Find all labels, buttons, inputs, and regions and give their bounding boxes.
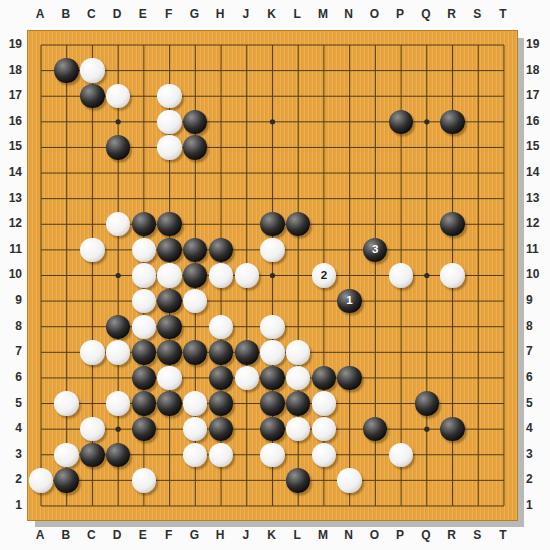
coordinate-label: 3 [0, 446, 22, 462]
coordinate-label: B [56, 527, 76, 543]
black-stone-M6 [312, 366, 336, 390]
black-stone-D8 [106, 315, 130, 339]
black-stone-L5 [286, 391, 310, 415]
black-stone-E6 [132, 366, 156, 390]
coordinate-label: M [313, 6, 333, 22]
black-stone-R12 [440, 212, 464, 236]
black-stone-K12 [260, 212, 284, 236]
white-stone-B3 [54, 443, 78, 467]
white-stone-D17 [106, 84, 130, 108]
coordinate-label: D [107, 527, 127, 543]
go-board[interactable]: 321 [27, 30, 518, 521]
coordinate-label: R [442, 6, 462, 22]
black-stone-H11 [209, 238, 233, 262]
coordinate-label: 14 [526, 164, 548, 180]
white-stone-G3 [183, 443, 207, 467]
white-stone-J10 [235, 263, 259, 287]
coordinate-label: 1 [526, 497, 548, 513]
stones-layer: 321 [28, 32, 517, 519]
white-stone-H8 [209, 315, 233, 339]
white-stone-G4 [183, 417, 207, 441]
white-stone-E11 [132, 238, 156, 262]
black-stone-G10 [183, 263, 207, 287]
white-stone-H3 [209, 443, 233, 467]
white-stone-K3 [260, 443, 284, 467]
coordinate-label: F [159, 527, 179, 543]
coordinate-label: 15 [0, 138, 22, 154]
white-stone-P10 [389, 263, 413, 287]
coordinate-label: C [81, 6, 101, 22]
black-stone-L12 [286, 212, 310, 236]
white-stone-C18 [80, 58, 104, 82]
black-stone-R4 [440, 417, 464, 441]
coordinate-label: 12 [0, 215, 22, 231]
coordinate-label: P [390, 527, 410, 543]
coordinate-label: A [30, 6, 50, 22]
white-stone-L7 [286, 340, 310, 364]
black-stone-F11 [157, 238, 181, 262]
coordinate-label: 18 [0, 62, 22, 78]
white-stone-C4 [80, 417, 104, 441]
black-stone-H5 [209, 391, 233, 415]
coordinate-label: E [133, 6, 153, 22]
coordinate-label: 17 [0, 87, 22, 103]
coordinate-label: 5 [526, 395, 548, 411]
black-stone-F12 [157, 212, 181, 236]
coordinate-label: T [493, 6, 513, 22]
coordinate-label: G [184, 527, 204, 543]
coordinate-label: 9 [526, 292, 548, 308]
coordinate-label: S [467, 6, 487, 22]
white-stone-F17 [157, 84, 181, 108]
coordinate-label: F [159, 6, 179, 22]
black-stone-E12 [132, 212, 156, 236]
black-stone-D3 [106, 443, 130, 467]
coordinate-label: T [493, 527, 513, 543]
black-stone-B18 [54, 58, 78, 82]
move-number-label: 1 [346, 295, 352, 307]
coordinate-label: 14 [0, 164, 22, 180]
coordinate-label: K [261, 6, 281, 22]
coordinate-label: O [364, 6, 384, 22]
coordinate-label: 7 [526, 343, 548, 359]
coordinate-label: O [364, 527, 384, 543]
white-stone-F15 [157, 135, 181, 159]
white-stone-E10 [132, 263, 156, 287]
move-number-label: 2 [321, 270, 327, 282]
coordinate-label: 18 [526, 62, 548, 78]
white-stone-D5 [106, 391, 130, 415]
white-stone-K11 [260, 238, 284, 262]
coordinate-label: 4 [0, 420, 22, 436]
coordinate-label: 17 [526, 87, 548, 103]
black-stone-J7 [235, 340, 259, 364]
black-stone-R16 [440, 110, 464, 134]
coordinate-label: 1 [0, 497, 22, 513]
coordinate-label: R [442, 527, 462, 543]
coordinate-label: M [313, 527, 333, 543]
coordinate-label: L [287, 6, 307, 22]
black-stone-O4 [363, 417, 387, 441]
coordinate-label: 10 [0, 266, 22, 282]
black-stone-G11 [183, 238, 207, 262]
white-stone-B5 [54, 391, 78, 415]
black-stone-H6 [209, 366, 233, 390]
white-stone-D12 [106, 212, 130, 236]
white-stone-F10 [157, 263, 181, 287]
black-stone-G7 [183, 340, 207, 364]
white-stone-H10 [209, 263, 233, 287]
coordinate-label: J [236, 527, 256, 543]
white-stone-M4 [312, 417, 336, 441]
coordinate-label: 10 [526, 266, 548, 282]
coordinate-label: 16 [0, 113, 22, 129]
black-stone-C3 [80, 443, 104, 467]
white-stone-C7 [80, 340, 104, 364]
coordinate-label: J [236, 6, 256, 22]
white-stone-L6 [286, 366, 310, 390]
coordinate-label: S [467, 527, 487, 543]
coordinate-label: D [107, 6, 127, 22]
coordinate-label: K [261, 527, 281, 543]
black-stone-E5 [132, 391, 156, 415]
coordinate-label: 8 [526, 318, 548, 334]
black-stone-E4 [132, 417, 156, 441]
white-stone-G9 [183, 289, 207, 313]
coordinate-label: 13 [526, 190, 548, 206]
white-stone-M10: 2 [312, 263, 336, 287]
coordinate-label: 6 [0, 369, 22, 385]
coordinate-label: 6 [526, 369, 548, 385]
coordinate-label: H [210, 527, 230, 543]
white-stone-F16 [157, 110, 181, 134]
coordinate-label: P [390, 6, 410, 22]
coordinate-label: A [30, 527, 50, 543]
coordinate-label: 13 [0, 190, 22, 206]
coordinate-label: 16 [526, 113, 548, 129]
white-stone-L4 [286, 417, 310, 441]
white-stone-A2 [29, 468, 53, 492]
black-stone-H7 [209, 340, 233, 364]
black-stone-K6 [260, 366, 284, 390]
black-stone-B2 [54, 468, 78, 492]
black-stone-D15 [106, 135, 130, 159]
coordinate-label: 15 [526, 138, 548, 154]
black-stone-G15 [183, 135, 207, 159]
black-stone-E7 [132, 340, 156, 364]
coordinate-label: 8 [0, 318, 22, 334]
white-stone-F6 [157, 366, 181, 390]
black-stone-K5 [260, 391, 284, 415]
white-stone-P3 [389, 443, 413, 467]
white-stone-M3 [312, 443, 336, 467]
coordinate-label: 2 [526, 471, 548, 487]
coordinate-label: 11 [0, 241, 22, 257]
white-stone-K8 [260, 315, 284, 339]
coordinate-label: L [287, 527, 307, 543]
white-stone-D7 [106, 340, 130, 364]
coordinate-label: 4 [526, 420, 548, 436]
white-stone-J6 [235, 366, 259, 390]
black-stone-Q5 [415, 391, 439, 415]
coordinate-label: C [81, 527, 101, 543]
black-stone-G16 [183, 110, 207, 134]
coordinate-label: H [210, 6, 230, 22]
white-stone-E2 [132, 468, 156, 492]
coordinate-label: Q [416, 527, 436, 543]
coordinate-label: 2 [0, 471, 22, 487]
black-stone-P16 [389, 110, 413, 134]
black-stone-F7 [157, 340, 181, 364]
white-stone-K7 [260, 340, 284, 364]
black-stone-H4 [209, 417, 233, 441]
black-stone-F8 [157, 315, 181, 339]
coordinate-label: N [339, 6, 359, 22]
black-stone-C17 [80, 84, 104, 108]
coordinate-label: 9 [0, 292, 22, 308]
coordinate-label: B [56, 6, 76, 22]
coordinate-label: N [339, 527, 359, 543]
black-stone-K4 [260, 417, 284, 441]
black-stone-F9 [157, 289, 181, 313]
white-stone-M5 [312, 391, 336, 415]
white-stone-G5 [183, 391, 207, 415]
white-stone-N2 [337, 468, 361, 492]
coordinate-label: 7 [0, 343, 22, 359]
go-game-screenshot: 321 ABCDEFGHJKLMNOPQRST ABCDEFGHJKLMNOPQ… [0, 0, 550, 550]
white-stone-E9 [132, 289, 156, 313]
black-stone-N6 [337, 366, 361, 390]
black-stone-N9: 1 [337, 289, 361, 313]
coordinate-label: E [133, 527, 153, 543]
black-stone-O11: 3 [363, 238, 387, 262]
coordinate-label: 3 [526, 446, 548, 462]
move-number-label: 3 [372, 244, 378, 256]
white-stone-R10 [440, 263, 464, 287]
coordinate-label: 5 [0, 395, 22, 411]
black-stone-L2 [286, 468, 310, 492]
coordinate-label: G [184, 6, 204, 22]
coordinate-label: 11 [526, 241, 548, 257]
white-stone-E8 [132, 315, 156, 339]
coordinate-label: Q [416, 6, 436, 22]
white-stone-C11 [80, 238, 104, 262]
black-stone-F5 [157, 391, 181, 415]
coordinate-label: 19 [526, 36, 548, 52]
coordinate-label: 19 [0, 36, 22, 52]
coordinate-label: 12 [526, 215, 548, 231]
